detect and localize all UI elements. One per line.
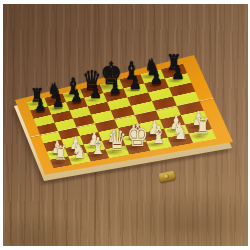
piece-white-bishop-c1: ♝ [89,135,107,158]
piece-black-pawn-b7: ♟ [52,93,66,110]
piece-black-pawn-d7: ♟ [88,84,102,102]
piece-white-rook-h1: ♜ [194,116,212,138]
piece-black-pawn-a7: ♟ [34,97,47,114]
piece-white-queen-d1: ♛ [107,127,129,155]
piece-white-knight-b1: ♞ [71,140,88,162]
piece-black-pawn-c7: ♟ [70,89,84,107]
piece-black-pawn-g7: ♟ [149,69,164,88]
piece-white-knight-g1: ♞ [171,120,189,143]
piece-white-rook-a1: ♜ [53,145,69,165]
piece-black-pawn-f7: ♟ [128,74,142,92]
pieces-layer: ♜♞♝♛♚♝♞♜♟♟♟♟♟♟♟♟♟♟♟♟♟♟♟♟♜♞♝♛♚♝♞♜ [0,0,250,250]
piece-black-pawn-e7: ♟ [108,79,122,97]
piece-white-king-e1: ♚ [125,121,149,152]
piece-black-pawn-h7: ♟ [170,63,185,82]
piece-white-bishop-f1: ♝ [149,123,168,148]
table-surface: ♜♞♝♛♚♝♞♜♟♟♟♟♟♟♟♟♟♟♟♟♟♟♟♟♜♞♝♛♚♝♞♜ [0,0,250,250]
